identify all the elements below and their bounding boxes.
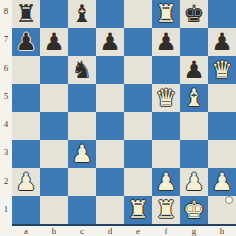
square-b1[interactable] xyxy=(40,196,68,224)
rank-label-3: 3 xyxy=(0,141,12,169)
square-e5[interactable] xyxy=(124,84,152,112)
black-pawn[interactable]: ♟ xyxy=(211,28,233,56)
square-d5[interactable] xyxy=(96,84,124,112)
square-d3[interactable] xyxy=(96,140,124,168)
square-d7[interactable]: ♟ xyxy=(96,28,124,56)
white-king[interactable]: ♚ xyxy=(183,196,205,224)
square-e8[interactable] xyxy=(124,0,152,28)
white-pawn[interactable]: ♟ xyxy=(71,140,93,168)
square-a3[interactable] xyxy=(12,140,40,168)
square-h7[interactable]: ♟ xyxy=(208,28,236,56)
square-d8[interactable] xyxy=(96,0,124,28)
square-h4[interactable] xyxy=(208,112,236,140)
square-g3[interactable] xyxy=(180,140,208,168)
square-b2[interactable] xyxy=(40,168,68,196)
white-rook[interactable]: ♜ xyxy=(127,196,149,224)
black-rook[interactable]: ♜ xyxy=(15,0,37,28)
rank-labels: 87654321 xyxy=(0,0,12,226)
file-label-b: b xyxy=(40,226,68,236)
square-h8[interactable] xyxy=(208,0,236,28)
square-g1[interactable]: ♚ xyxy=(180,196,208,224)
square-c3[interactable]: ♟ xyxy=(68,140,96,168)
square-c7[interactable] xyxy=(68,28,96,56)
square-e1[interactable]: ♜ xyxy=(124,196,152,224)
black-king[interactable]: ♚ xyxy=(183,0,205,28)
file-label-a: a xyxy=(12,226,40,236)
white-pawn[interactable]: ♟ xyxy=(15,168,37,196)
square-c6[interactable]: ♞ xyxy=(68,56,96,84)
square-g4[interactable] xyxy=(180,112,208,140)
square-f6[interactable] xyxy=(152,56,180,84)
black-pawn[interactable]: ♟ xyxy=(183,56,205,84)
chess-board[interactable]: ♜♝♜♚♟♟♟♟♟♞♟♛♛♝♟♟♟♟♟♜♜♚ xyxy=(12,0,236,226)
square-f7[interactable]: ♟ xyxy=(152,28,180,56)
square-h6[interactable]: ♛ xyxy=(208,56,236,84)
rank-label-1: 1 xyxy=(0,198,12,226)
white-pawn[interactable]: ♟ xyxy=(211,168,233,196)
square-a8[interactable]: ♜ xyxy=(12,0,40,28)
square-f3[interactable] xyxy=(152,140,180,168)
square-a2[interactable]: ♟ xyxy=(12,168,40,196)
square-e7[interactable] xyxy=(124,28,152,56)
square-b6[interactable] xyxy=(40,56,68,84)
square-c8[interactable]: ♝ xyxy=(68,0,96,28)
file-label-c: c xyxy=(68,226,96,236)
square-h2[interactable]: ♟ xyxy=(208,168,236,196)
white-to-move-indicator xyxy=(225,196,233,204)
white-rook[interactable]: ♜ xyxy=(155,196,177,224)
black-pawn[interactable]: ♟ xyxy=(15,28,37,56)
square-b4[interactable] xyxy=(40,112,68,140)
square-g2[interactable]: ♟ xyxy=(180,168,208,196)
square-g7[interactable] xyxy=(180,28,208,56)
black-knight[interactable]: ♞ xyxy=(71,56,93,84)
file-label-f: f xyxy=(152,226,180,236)
black-pawn[interactable]: ♟ xyxy=(155,28,177,56)
square-b7[interactable]: ♟ xyxy=(40,28,68,56)
square-c4[interactable] xyxy=(68,112,96,140)
square-b8[interactable] xyxy=(40,0,68,28)
square-a1[interactable] xyxy=(12,196,40,224)
square-a6[interactable] xyxy=(12,56,40,84)
white-bishop[interactable]: ♝ xyxy=(183,84,205,112)
square-h3[interactable] xyxy=(208,140,236,168)
square-e3[interactable] xyxy=(124,140,152,168)
square-f2[interactable]: ♟ xyxy=(152,168,180,196)
square-a4[interactable] xyxy=(12,112,40,140)
square-c5[interactable] xyxy=(68,84,96,112)
chess-board-widget: 87654321 ♜♝♜♚♟♟♟♟♟♞♟♛♛♝♟♟♟♟♟♜♜♚ abcdefgh xyxy=(0,0,236,236)
rank-label-5: 5 xyxy=(0,85,12,113)
square-f5[interactable]: ♛ xyxy=(152,84,180,112)
white-rook[interactable]: ♜ xyxy=(155,0,177,28)
file-labels: abcdefgh xyxy=(12,226,236,236)
square-e2[interactable] xyxy=(124,168,152,196)
white-queen[interactable]: ♛ xyxy=(155,84,177,112)
white-pawn[interactable]: ♟ xyxy=(183,168,205,196)
rank-label-8: 8 xyxy=(0,0,12,28)
rank-label-2: 2 xyxy=(0,170,12,198)
square-h5[interactable] xyxy=(208,84,236,112)
square-d1[interactable] xyxy=(96,196,124,224)
rank-label-7: 7 xyxy=(0,28,12,56)
square-b5[interactable] xyxy=(40,84,68,112)
square-f1[interactable]: ♜ xyxy=(152,196,180,224)
square-e4[interactable] xyxy=(124,112,152,140)
square-d6[interactable] xyxy=(96,56,124,84)
square-e6[interactable] xyxy=(124,56,152,84)
square-f4[interactable] xyxy=(152,112,180,140)
square-f8[interactable]: ♜ xyxy=(152,0,180,28)
square-c2[interactable] xyxy=(68,168,96,196)
square-a5[interactable] xyxy=(12,84,40,112)
black-bishop[interactable]: ♝ xyxy=(71,0,93,28)
file-label-e: e xyxy=(124,226,152,236)
file-label-d: d xyxy=(96,226,124,236)
rank-label-4: 4 xyxy=(0,113,12,141)
black-pawn[interactable]: ♟ xyxy=(99,28,121,56)
square-c1[interactable] xyxy=(68,196,96,224)
square-g6[interactable]: ♟ xyxy=(180,56,208,84)
white-queen[interactable]: ♛ xyxy=(211,56,233,84)
square-d4[interactable] xyxy=(96,112,124,140)
white-pawn[interactable]: ♟ xyxy=(155,168,177,196)
square-a7[interactable]: ♟ xyxy=(12,28,40,56)
square-d2[interactable] xyxy=(96,168,124,196)
square-g8[interactable]: ♚ xyxy=(180,0,208,28)
square-g5[interactable]: ♝ xyxy=(180,84,208,112)
square-b3[interactable] xyxy=(40,140,68,168)
file-label-g: g xyxy=(180,226,208,236)
black-pawn[interactable]: ♟ xyxy=(43,28,65,56)
file-label-h: h xyxy=(208,226,236,236)
rank-label-6: 6 xyxy=(0,57,12,85)
